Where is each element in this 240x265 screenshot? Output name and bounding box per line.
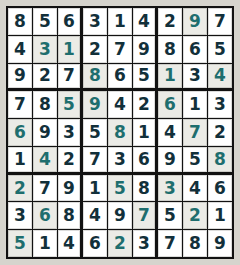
cell-r3c4[interactable]: 8 [83, 64, 107, 91]
cell-r8c3[interactable]: 8 [58, 202, 82, 229]
cell-r4c5[interactable]: 4 [108, 91, 132, 118]
cell-r6c2[interactable]: 4 [33, 147, 57, 174]
cell-r4c7[interactable]: 6 [158, 91, 182, 118]
cell-r4c1[interactable]: 7 [8, 91, 32, 118]
cell-r7c4[interactable]: 1 [83, 175, 107, 202]
cell-r6c9[interactable]: 8 [208, 147, 232, 174]
cell-r7c9[interactable]: 6 [208, 175, 232, 202]
cell-r1c9[interactable]: 7 [208, 8, 232, 35]
cell-r6c7[interactable]: 9 [158, 147, 182, 174]
cell-r4c4[interactable]: 9 [83, 91, 107, 118]
cell-r8c9[interactable]: 1 [208, 202, 232, 229]
cell-r1c6[interactable]: 4 [133, 8, 157, 35]
cell-r8c1[interactable]: 3 [8, 202, 32, 229]
cell-r7c2[interactable]: 7 [33, 175, 57, 202]
cell-r2c5[interactable]: 7 [108, 36, 132, 63]
cell-r5c1[interactable]: 6 [8, 119, 32, 146]
cell-r1c3[interactable]: 6 [58, 8, 82, 35]
cell-r2c2[interactable]: 3 [33, 36, 57, 63]
cell-r3c3[interactable]: 7 [58, 64, 82, 91]
cell-r6c4[interactable]: 7 [83, 147, 107, 174]
cell-r6c1[interactable]: 1 [8, 147, 32, 174]
cell-r6c5[interactable]: 3 [108, 147, 132, 174]
cell-r4c6[interactable]: 2 [133, 91, 157, 118]
cell-r1c5[interactable]: 1 [108, 8, 132, 35]
cell-r3c8[interactable]: 3 [183, 64, 207, 91]
cell-r5c7[interactable]: 4 [158, 119, 182, 146]
cell-r8c2[interactable]: 6 [33, 202, 57, 229]
cell-r2c6[interactable]: 9 [133, 36, 157, 63]
cell-r2c7[interactable]: 8 [158, 36, 182, 63]
cell-r9c9[interactable]: 9 [208, 230, 232, 257]
cell-r4c2[interactable]: 8 [33, 91, 57, 118]
cell-r3c2[interactable]: 2 [33, 64, 57, 91]
cell-r7c3[interactable]: 9 [58, 175, 82, 202]
cell-r9c8[interactable]: 8 [183, 230, 207, 257]
cell-r7c7[interactable]: 3 [158, 175, 182, 202]
cell-r5c5[interactable]: 8 [108, 119, 132, 146]
cell-r7c8[interactable]: 4 [183, 175, 207, 202]
cell-r8c6[interactable]: 7 [133, 202, 157, 229]
cell-r1c1[interactable]: 8 [8, 8, 32, 35]
cell-r1c7[interactable]: 2 [158, 8, 182, 35]
cell-r2c9[interactable]: 5 [208, 36, 232, 63]
cell-r2c1[interactable]: 4 [8, 36, 32, 63]
cell-r3c6[interactable]: 5 [133, 64, 157, 91]
cell-r8c5[interactable]: 9 [108, 202, 132, 229]
cell-r6c8[interactable]: 5 [183, 147, 207, 174]
cell-r4c3[interactable]: 5 [58, 91, 82, 118]
cell-r9c1[interactable]: 5 [8, 230, 32, 257]
cell-r9c7[interactable]: 7 [158, 230, 182, 257]
cell-r1c8[interactable]: 9 [183, 8, 207, 35]
cell-r9c6[interactable]: 3 [133, 230, 157, 257]
cell-r5c4[interactable]: 5 [83, 119, 107, 146]
cell-r8c4[interactable]: 4 [83, 202, 107, 229]
cell-r1c2[interactable]: 5 [33, 8, 57, 35]
cell-r5c8[interactable]: 7 [183, 119, 207, 146]
cell-r3c7[interactable]: 1 [158, 64, 182, 91]
cell-r8c7[interactable]: 5 [158, 202, 182, 229]
sudoku-board: 8563142974312798659278651347859426136935… [6, 6, 234, 259]
cell-r5c2[interactable]: 9 [33, 119, 57, 146]
cell-r7c6[interactable]: 8 [133, 175, 157, 202]
cell-r3c5[interactable]: 6 [108, 64, 132, 91]
cell-r2c8[interactable]: 6 [183, 36, 207, 63]
cell-r6c3[interactable]: 2 [58, 147, 82, 174]
cell-r9c2[interactable]: 1 [33, 230, 57, 257]
cell-r6c6[interactable]: 6 [133, 147, 157, 174]
cell-r7c1[interactable]: 2 [8, 175, 32, 202]
cell-r9c3[interactable]: 4 [58, 230, 82, 257]
cell-r4c9[interactable]: 3 [208, 91, 232, 118]
cell-r8c8[interactable]: 2 [183, 202, 207, 229]
cell-r9c4[interactable]: 6 [83, 230, 107, 257]
cell-r4c8[interactable]: 1 [183, 91, 207, 118]
cell-r3c9[interactable]: 4 [208, 64, 232, 91]
cell-r1c4[interactable]: 3 [83, 8, 107, 35]
cell-r7c5[interactable]: 5 [108, 175, 132, 202]
cell-r5c6[interactable]: 1 [133, 119, 157, 146]
cell-r2c4[interactable]: 2 [83, 36, 107, 63]
cell-r9c5[interactable]: 2 [108, 230, 132, 257]
cell-r2c3[interactable]: 1 [58, 36, 82, 63]
cell-r3c1[interactable]: 9 [8, 64, 32, 91]
cell-r5c3[interactable]: 3 [58, 119, 82, 146]
cell-r5c9[interactable]: 2 [208, 119, 232, 146]
